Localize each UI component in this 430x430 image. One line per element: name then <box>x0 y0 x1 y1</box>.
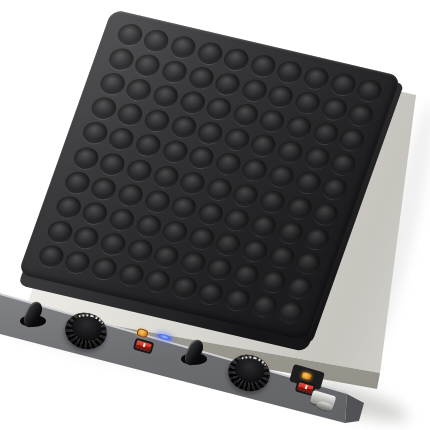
mold-cup <box>293 250 324 276</box>
mold-cup <box>275 139 306 165</box>
mold-cup <box>169 274 200 300</box>
mold-cup <box>266 163 297 189</box>
mold-cup <box>107 206 138 232</box>
mold-cup <box>142 188 173 214</box>
mold-cup <box>222 206 253 232</box>
mold-cup <box>178 249 209 275</box>
mold-cup <box>301 65 332 91</box>
mold-cup <box>142 108 173 134</box>
mold-cup <box>239 77 270 103</box>
mold-cup <box>98 231 129 257</box>
mold-cup <box>301 145 332 171</box>
mold-cup <box>222 286 253 312</box>
mold-cup <box>187 225 218 251</box>
mold-cup <box>71 224 102 250</box>
mold-cup <box>213 151 244 177</box>
machine-photo <box>0 0 430 430</box>
mold-cup <box>160 139 191 165</box>
mold-cup <box>195 120 226 146</box>
mold-cup <box>239 157 270 183</box>
mold-cup <box>168 114 199 140</box>
mold-cup <box>248 133 279 159</box>
mold-cup <box>310 120 341 146</box>
mold-cup <box>116 261 147 287</box>
mold-cup <box>311 200 342 226</box>
selector-knob-left <box>17 300 49 332</box>
mold-cup <box>124 77 155 103</box>
mold-cup <box>160 218 191 244</box>
mold-cup <box>354 77 385 103</box>
mold-cup <box>284 194 315 220</box>
mold-cup <box>89 175 120 201</box>
mold-cup <box>115 22 146 48</box>
mold-cup <box>142 268 173 294</box>
mold-cup <box>88 95 119 121</box>
mold-cup <box>63 249 94 275</box>
mold-cup <box>276 299 307 325</box>
mold-cup <box>62 169 93 195</box>
mold-cup <box>204 176 235 202</box>
mold-cup <box>71 144 102 170</box>
mold-cup <box>133 212 164 238</box>
mold-cup <box>221 46 252 72</box>
mold-cup <box>106 46 137 72</box>
mold-cup <box>186 145 217 171</box>
mold-cup <box>230 102 261 128</box>
mold-cup <box>266 243 297 269</box>
mold-cup <box>274 59 305 85</box>
mold-cup <box>125 237 156 263</box>
mold-cup <box>302 225 333 251</box>
mold-cup <box>141 28 172 54</box>
mold-cup <box>169 194 200 220</box>
mold-cup <box>328 71 359 97</box>
mold-cup <box>89 255 120 281</box>
mold-cup <box>194 40 225 66</box>
selector-knob-right <box>178 338 210 370</box>
mold-cup <box>36 243 67 269</box>
mold-cup <box>80 120 111 146</box>
mold-cup <box>204 96 235 122</box>
mold-cup <box>292 90 323 116</box>
mold-cup <box>293 170 324 196</box>
mold-cup <box>177 89 208 115</box>
mold-cup <box>337 127 368 153</box>
mold-cup <box>132 52 163 78</box>
mold-cup <box>257 188 288 214</box>
mold-cup <box>115 181 146 207</box>
mold-cup <box>240 237 271 263</box>
mold-cup <box>151 163 182 189</box>
mold-cup <box>168 34 199 60</box>
mold-cup <box>115 102 146 128</box>
mold-cup <box>213 231 244 257</box>
mold-cup <box>204 256 235 282</box>
mold-cup <box>258 268 289 294</box>
mold-cup <box>53 194 84 220</box>
mold-cup <box>284 114 315 140</box>
mold-cup <box>151 243 182 269</box>
mold-cup <box>196 280 227 306</box>
mold-cup <box>97 151 128 177</box>
mold-cup <box>222 126 253 152</box>
mold-cup <box>106 126 137 152</box>
mold-cup <box>231 182 262 208</box>
mold-cup <box>249 293 280 319</box>
mold-cup <box>124 157 155 183</box>
mold-cup <box>346 102 377 128</box>
mold-cup <box>177 169 208 195</box>
mold-cup <box>212 71 243 97</box>
mold-cup <box>159 59 190 85</box>
mold-cup <box>248 53 279 79</box>
mold-cup <box>195 200 226 226</box>
mold-cup <box>275 219 306 245</box>
mold-cup <box>284 274 315 300</box>
mold-cup <box>319 96 350 122</box>
mold-cup <box>45 218 76 244</box>
mold-cup <box>231 262 262 288</box>
mold-cup <box>133 132 164 158</box>
mold-cup <box>319 176 350 202</box>
mold-cup <box>150 83 181 109</box>
mold-cup <box>80 200 111 226</box>
mold-cup <box>97 71 128 97</box>
mold-cup <box>186 65 217 91</box>
mold-cup <box>266 83 297 109</box>
mold-cup <box>257 108 288 134</box>
mold-cup <box>249 213 280 239</box>
mold-cup <box>328 151 359 177</box>
